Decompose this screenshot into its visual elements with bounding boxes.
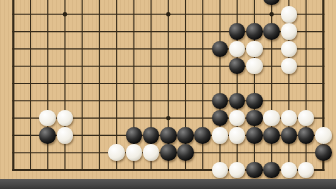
star-point [166,116,170,120]
black-stone[interactable] [177,127,194,144]
star-point [269,12,273,16]
white-stone[interactable] [126,144,143,161]
white-stone[interactable] [57,127,74,144]
white-stone[interactable] [281,23,298,40]
black-stone[interactable] [177,144,194,161]
white-stone[interactable] [315,127,332,144]
black-stone[interactable] [194,127,211,144]
white-stone[interactable] [281,6,298,23]
black-stone[interactable] [246,162,263,179]
black-stone[interactable] [263,162,280,179]
bottom-bar [0,179,336,189]
black-stone[interactable] [246,23,263,40]
white-stone[interactable] [108,144,125,161]
black-stone[interactable] [246,127,263,144]
black-stone[interactable] [315,144,332,161]
black-stone[interactable] [160,144,177,161]
white-stone[interactable] [246,41,263,58]
black-stone[interactable] [263,127,280,144]
go-board[interactable] [0,0,336,179]
black-stone[interactable] [246,110,263,127]
white-stone[interactable] [212,127,229,144]
white-stone[interactable] [246,58,263,75]
black-stone[interactable] [263,23,280,40]
black-stone[interactable] [39,127,56,144]
black-stone[interactable] [246,93,263,110]
black-stone[interactable] [298,127,315,144]
black-stone[interactable] [126,127,143,144]
black-stone[interactable] [281,127,298,144]
white-stone[interactable] [229,127,246,144]
star-point [63,12,67,16]
black-stone[interactable] [143,127,160,144]
star-point [166,12,170,16]
black-stone[interactable] [160,127,177,144]
screenshot-root [0,0,336,189]
